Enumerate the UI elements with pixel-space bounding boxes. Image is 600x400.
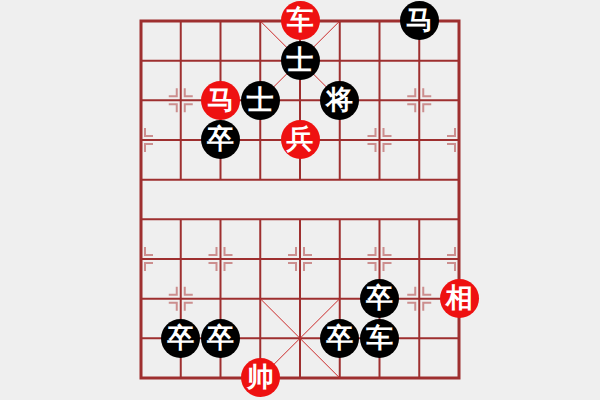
- xiangqi-board: 车马士马士将卒兵卒相卒卒卒车帅: [0, 0, 600, 400]
- piece-black-pawn[interactable]: 卒: [161, 319, 200, 358]
- piece-red-pawn[interactable]: 兵: [281, 120, 320, 159]
- piece-black-advisor[interactable]: 士: [281, 41, 320, 80]
- piece-black-advisor[interactable]: 士: [241, 81, 280, 120]
- piece-red-general[interactable]: 帅: [241, 358, 280, 397]
- piece-red-horse[interactable]: 马: [201, 81, 240, 120]
- piece-black-horse[interactable]: 马: [400, 1, 439, 40]
- piece-black-general[interactable]: 将: [320, 81, 359, 120]
- piece-black-pawn[interactable]: 卒: [201, 319, 240, 358]
- piece-red-chariot[interactable]: 车: [281, 1, 320, 40]
- piece-black-pawn[interactable]: 卒: [201, 120, 240, 159]
- piece-black-chariot[interactable]: 车: [360, 319, 399, 358]
- piece-black-pawn[interactable]: 卒: [360, 279, 399, 318]
- piece-black-pawn[interactable]: 卒: [320, 319, 359, 358]
- piece-layer: 车马士马士将卒兵卒相卒卒卒车帅: [121, 1, 479, 398]
- piece-red-elephant[interactable]: 相: [440, 279, 479, 318]
